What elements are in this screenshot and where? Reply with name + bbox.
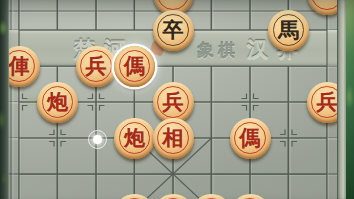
piece-glyph: 卒 — [163, 19, 184, 40]
piece-glyph: 馬 — [278, 19, 299, 40]
piece-glyph: 兵 — [86, 55, 107, 76]
piece-兵-c5[interactable]: 兵 — [76, 46, 117, 87]
piece-兵-e6[interactable]: 兵 — [153, 82, 194, 123]
piece-glyph: 傌 — [240, 127, 261, 148]
piece-glyph: 炮 — [47, 91, 68, 112]
piece-馬-h4[interactable]: 馬 — [268, 10, 309, 51]
piece-相-e7[interactable]: 相 — [153, 118, 194, 159]
piece-glyph: 俥 — [9, 55, 30, 76]
last-move-origin-marker — [88, 130, 107, 149]
piece-炮-d7[interactable]: 炮 — [114, 118, 155, 159]
moss-patch — [24, 95, 40, 106]
piece-glyph: 兵 — [317, 91, 338, 112]
piece-傌-d5[interactable]: 傌 — [114, 46, 155, 87]
piece-glyph: 兵 — [163, 91, 184, 112]
piece-glyph: 傌 — [124, 55, 145, 76]
piece-傌-g7[interactable]: 傌 — [230, 118, 271, 159]
piece-卒-e4[interactable]: 卒 — [153, 10, 194, 51]
piece-glyph: 炮 — [124, 127, 145, 148]
piece-glyph: 相 — [163, 127, 184, 148]
xiangqi-board-view: 楚河 象棋 汉界 卒馬俥兵 — [0, 0, 354, 199]
moss-patch — [345, 84, 354, 110]
piece-炮-b6[interactable]: 炮 — [37, 82, 78, 123]
moss-patch — [1, 172, 9, 186]
